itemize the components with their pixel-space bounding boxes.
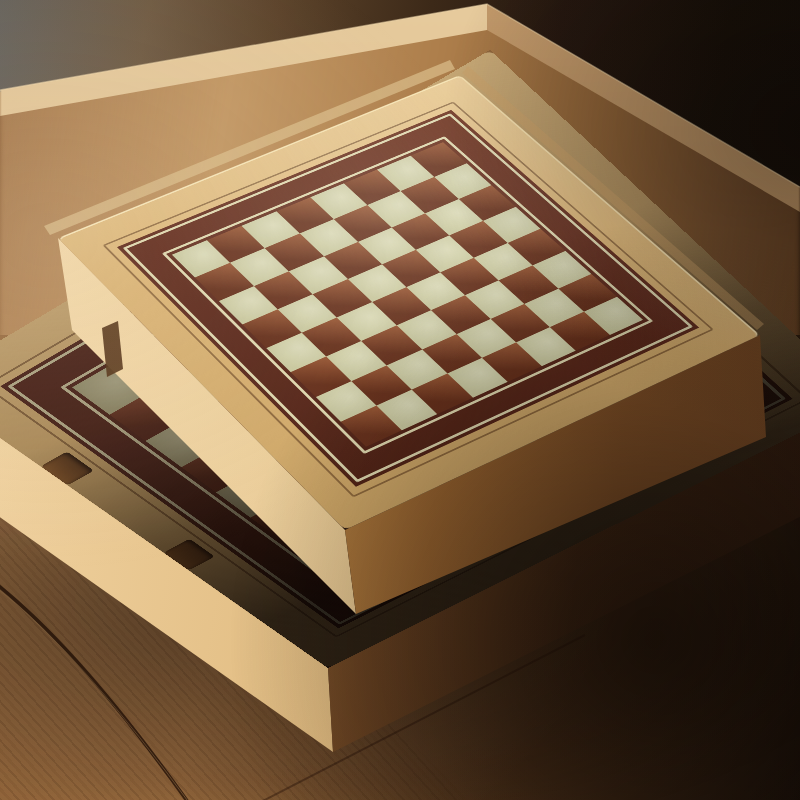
photo-scene: Overhead photo of two stacked wooden che…: [0, 0, 800, 800]
